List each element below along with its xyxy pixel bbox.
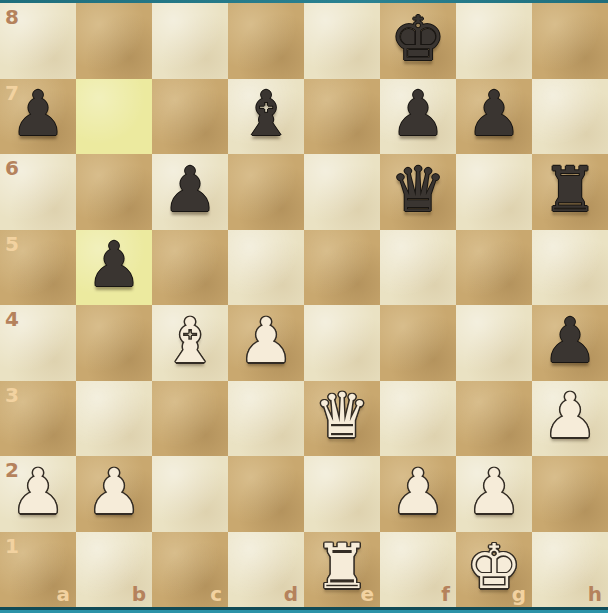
rank-label-6: 6: [5, 158, 19, 178]
piece-black-pawn[interactable]: ♟: [86, 234, 142, 296]
square-h2[interactable]: [532, 456, 608, 532]
square-g4[interactable]: [456, 305, 532, 381]
square-a6[interactable]: 6: [0, 154, 76, 230]
square-a4[interactable]: 4: [0, 305, 76, 381]
square-d7[interactable]: ♝: [228, 79, 304, 155]
square-c7[interactable]: [152, 79, 228, 155]
square-f6[interactable]: ♛: [380, 154, 456, 230]
piece-black-pawn[interactable]: ♟: [10, 83, 66, 145]
square-d2[interactable]: [228, 456, 304, 532]
square-b4[interactable]: [76, 305, 152, 381]
square-a8[interactable]: 8: [0, 3, 76, 79]
piece-white-pawn[interactable]: ♟: [542, 385, 598, 447]
square-f1[interactable]: f: [380, 532, 456, 608]
square-f3[interactable]: [380, 381, 456, 457]
piece-black-pawn[interactable]: ♟: [542, 310, 598, 372]
piece-black-pawn[interactable]: ♟: [162, 159, 218, 221]
square-e8[interactable]: [304, 3, 380, 79]
square-a5[interactable]: 5: [0, 230, 76, 306]
square-c5[interactable]: [152, 230, 228, 306]
piece-white-pawn[interactable]: ♟: [238, 310, 294, 372]
chess-board: 8♚7♟♝♟♟6♟♛♜5♟4♝♟♟3♛♟2♟♟♟♟1abcde♜fg♚h: [0, 3, 608, 607]
file-label-b: b: [132, 584, 146, 604]
square-g3[interactable]: [456, 381, 532, 457]
square-c4[interactable]: ♝: [152, 305, 228, 381]
square-c2[interactable]: [152, 456, 228, 532]
piece-white-pawn[interactable]: ♟: [390, 461, 446, 523]
square-h5[interactable]: [532, 230, 608, 306]
file-label-d: d: [284, 584, 298, 604]
square-g6[interactable]: [456, 154, 532, 230]
piece-white-queen[interactable]: ♛: [314, 385, 370, 447]
square-a1[interactable]: 1a: [0, 532, 76, 608]
piece-white-pawn[interactable]: ♟: [86, 461, 142, 523]
square-f8[interactable]: ♚: [380, 3, 456, 79]
square-h4[interactable]: ♟: [532, 305, 608, 381]
piece-black-pawn[interactable]: ♟: [466, 83, 522, 145]
square-h8[interactable]: [532, 3, 608, 79]
rank-label-3: 3: [5, 385, 19, 405]
square-f2[interactable]: ♟: [380, 456, 456, 532]
piece-black-pawn[interactable]: ♟: [390, 83, 446, 145]
piece-black-queen[interactable]: ♛: [390, 159, 446, 221]
square-d8[interactable]: [228, 3, 304, 79]
square-a3[interactable]: 3: [0, 381, 76, 457]
square-c1[interactable]: c: [152, 532, 228, 608]
piece-white-king[interactable]: ♚: [466, 536, 522, 598]
square-f4[interactable]: [380, 305, 456, 381]
square-e3[interactable]: ♛: [304, 381, 380, 457]
square-d1[interactable]: d: [228, 532, 304, 608]
file-label-f: f: [441, 584, 450, 604]
rank-label-5: 5: [5, 234, 19, 254]
piece-white-pawn[interactable]: ♟: [10, 461, 66, 523]
square-b2[interactable]: ♟: [76, 456, 152, 532]
square-e7[interactable]: [304, 79, 380, 155]
chess-board-frame: 8♚7♟♝♟♟6♟♛♜5♟4♝♟♟3♛♟2♟♟♟♟1abcde♜fg♚h: [0, 0, 608, 613]
square-g7[interactable]: ♟: [456, 79, 532, 155]
piece-black-bishop[interactable]: ♝: [238, 83, 294, 145]
square-c8[interactable]: [152, 3, 228, 79]
square-b5[interactable]: ♟: [76, 230, 152, 306]
square-d3[interactable]: [228, 381, 304, 457]
square-e4[interactable]: [304, 305, 380, 381]
piece-black-rook[interactable]: ♜: [542, 159, 598, 221]
square-a2[interactable]: 2♟: [0, 456, 76, 532]
file-label-c: c: [210, 584, 222, 604]
square-b1[interactable]: b: [76, 532, 152, 608]
square-h7[interactable]: [532, 79, 608, 155]
square-c3[interactable]: [152, 381, 228, 457]
square-g1[interactable]: g♚: [456, 532, 532, 608]
square-e2[interactable]: [304, 456, 380, 532]
square-d6[interactable]: [228, 154, 304, 230]
rank-label-8: 8: [5, 7, 19, 27]
square-a7[interactable]: 7♟: [0, 79, 76, 155]
square-g2[interactable]: ♟: [456, 456, 532, 532]
square-g5[interactable]: [456, 230, 532, 306]
square-e6[interactable]: [304, 154, 380, 230]
square-g8[interactable]: [456, 3, 532, 79]
square-d5[interactable]: [228, 230, 304, 306]
board-border-bottom: [0, 607, 608, 613]
square-f5[interactable]: [380, 230, 456, 306]
square-d4[interactable]: ♟: [228, 305, 304, 381]
square-e1[interactable]: e♜: [304, 532, 380, 608]
piece-black-king[interactable]: ♚: [390, 8, 446, 70]
piece-white-pawn[interactable]: ♟: [466, 461, 522, 523]
square-c6[interactable]: ♟: [152, 154, 228, 230]
square-b8[interactable]: [76, 3, 152, 79]
square-h3[interactable]: ♟: [532, 381, 608, 457]
file-label-h: h: [588, 584, 602, 604]
square-f7[interactable]: ♟: [380, 79, 456, 155]
square-h1[interactable]: h: [532, 532, 608, 608]
rank-label-4: 4: [5, 309, 19, 329]
file-label-a: a: [57, 584, 71, 604]
piece-white-rook[interactable]: ♜: [314, 536, 370, 598]
square-h6[interactable]: ♜: [532, 154, 608, 230]
rank-label-1: 1: [5, 536, 19, 556]
piece-white-bishop[interactable]: ♝: [162, 310, 218, 372]
square-b7[interactable]: [76, 79, 152, 155]
square-b6[interactable]: [76, 154, 152, 230]
square-b3[interactable]: [76, 381, 152, 457]
square-e5[interactable]: [304, 230, 380, 306]
